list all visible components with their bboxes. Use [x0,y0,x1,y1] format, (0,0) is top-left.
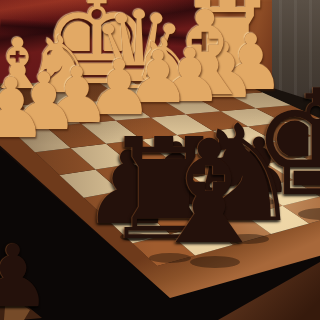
chess-photo-scene: ♝♜♟♚♞♛♟♞♝♟♟♟♟♟♟♟♚♟♟♞♜♝♟ [0,0,320,320]
piece-a7-light-pawn[interactable]: ♟ [0,102,48,150]
piece-table-dark-pawn[interactable]: ♟ [0,269,52,319]
piece-b1-dark-bishop[interactable]: ♝ [145,161,273,264]
pieces-layer: ♝♜♟♚♞♛♟♞♝♟♟♟♟♟♟♟♚♟♟♞♜♝♟ [0,0,320,320]
